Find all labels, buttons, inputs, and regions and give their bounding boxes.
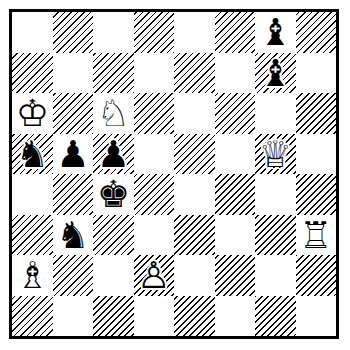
square-b3[interactable]: ♞♞ [53, 215, 94, 256]
white-queen-glyph: ♕ [255, 134, 296, 175]
square-a2[interactable]: ♝♗ [12, 255, 53, 296]
piece-white-knight-c6: ♞♘ [93, 93, 134, 134]
square-c6[interactable]: ♞♘ [93, 93, 134, 134]
black-knight-glyph: ♞ [53, 215, 94, 256]
square-d3[interactable] [134, 215, 175, 256]
square-b6[interactable] [53, 93, 94, 134]
white-king-halo: ♚ [12, 93, 53, 134]
square-d7[interactable] [134, 53, 175, 94]
square-h5[interactable] [296, 134, 337, 175]
square-h6[interactable] [296, 93, 337, 134]
square-d1[interactable] [134, 296, 175, 337]
black-knight-halo: ♞ [53, 215, 94, 256]
square-c1[interactable] [93, 296, 134, 337]
black-king-glyph: ♚ [93, 174, 134, 215]
square-g6[interactable] [255, 93, 296, 134]
square-d5[interactable] [134, 134, 175, 175]
square-g8[interactable]: ♝♝ [255, 12, 296, 53]
square-h7[interactable] [296, 53, 337, 94]
white-rook-halo: ♜ [296, 215, 337, 256]
piece-white-queen-g5: ♛♕ [255, 134, 296, 175]
square-h2[interactable] [296, 255, 337, 296]
square-f4[interactable] [215, 174, 256, 215]
square-a1[interactable] [12, 296, 53, 337]
square-h3[interactable]: ♜♖ [296, 215, 337, 256]
square-f5[interactable] [215, 134, 256, 175]
square-c3[interactable] [93, 215, 134, 256]
square-e2[interactable] [174, 255, 215, 296]
square-c7[interactable] [93, 53, 134, 94]
square-e6[interactable] [174, 93, 215, 134]
black-bishop-halo: ♝ [255, 12, 296, 53]
square-h8[interactable] [296, 12, 337, 53]
white-king-glyph: ♔ [12, 93, 53, 134]
chess-diagram-page: ♝♝♝♝♚♔♞♘♞♞♟♟♟♟♛♕♚♚♞♞♜♖♝♗♟♙ [0, 0, 350, 350]
square-b5[interactable]: ♟♟ [53, 134, 94, 175]
square-e5[interactable] [174, 134, 215, 175]
square-g2[interactable] [255, 255, 296, 296]
white-knight-halo: ♞ [93, 93, 134, 134]
square-f8[interactable] [215, 12, 256, 53]
white-pawn-halo: ♟ [134, 255, 175, 296]
square-h4[interactable] [296, 174, 337, 215]
square-c8[interactable] [93, 12, 134, 53]
square-b1[interactable] [53, 296, 94, 337]
black-pawn-glyph: ♟ [53, 134, 94, 175]
black-knight-halo: ♞ [12, 134, 53, 175]
square-d2[interactable]: ♟♙ [134, 255, 175, 296]
square-b7[interactable] [53, 53, 94, 94]
square-b8[interactable] [53, 12, 94, 53]
square-f1[interactable] [215, 296, 256, 337]
black-knight-glyph: ♞ [12, 134, 53, 175]
chess-board-frame: ♝♝♝♝♚♔♞♘♞♞♟♟♟♟♛♕♚♚♞♞♜♖♝♗♟♙ [9, 9, 339, 339]
piece-white-pawn-d2: ♟♙ [134, 255, 175, 296]
white-bishop-halo: ♝ [12, 255, 53, 296]
square-g1[interactable] [255, 296, 296, 337]
square-a8[interactable] [12, 12, 53, 53]
square-g5[interactable]: ♛♕ [255, 134, 296, 175]
square-a7[interactable] [12, 53, 53, 94]
piece-black-bishop-g7: ♝♝ [255, 53, 296, 94]
square-a4[interactable] [12, 174, 53, 215]
white-pawn-glyph: ♙ [134, 255, 175, 296]
chess-board: ♝♝♝♝♚♔♞♘♞♞♟♟♟♟♛♕♚♚♞♞♜♖♝♗♟♙ [12, 12, 336, 336]
square-f7[interactable] [215, 53, 256, 94]
square-e3[interactable] [174, 215, 215, 256]
white-rook-glyph: ♖ [296, 215, 337, 256]
black-pawn-halo: ♟ [93, 134, 134, 175]
black-bishop-glyph: ♝ [255, 12, 296, 53]
square-d8[interactable] [134, 12, 175, 53]
piece-white-bishop-a2: ♝♗ [12, 255, 53, 296]
black-pawn-halo: ♟ [53, 134, 94, 175]
white-knight-glyph: ♘ [93, 93, 134, 134]
piece-black-bishop-g8: ♝♝ [255, 12, 296, 53]
square-g3[interactable] [255, 215, 296, 256]
white-bishop-glyph: ♗ [12, 255, 53, 296]
black-pawn-glyph: ♟ [93, 134, 134, 175]
square-g4[interactable] [255, 174, 296, 215]
square-e4[interactable] [174, 174, 215, 215]
square-g7[interactable]: ♝♝ [255, 53, 296, 94]
square-f2[interactable] [215, 255, 256, 296]
piece-white-king-a6: ♚♔ [12, 93, 53, 134]
piece-black-pawn-c5: ♟♟ [93, 134, 134, 175]
square-e7[interactable] [174, 53, 215, 94]
square-h1[interactable] [296, 296, 337, 337]
square-c5[interactable]: ♟♟ [93, 134, 134, 175]
black-bishop-halo: ♝ [255, 53, 296, 94]
square-f3[interactable] [215, 215, 256, 256]
piece-black-pawn-b5: ♟♟ [53, 134, 94, 175]
square-b4[interactable] [53, 174, 94, 215]
square-c2[interactable] [93, 255, 134, 296]
square-e8[interactable] [174, 12, 215, 53]
square-a6[interactable]: ♚♔ [12, 93, 53, 134]
piece-black-king-c4: ♚♚ [93, 174, 134, 215]
square-f6[interactable] [215, 93, 256, 134]
piece-white-rook-h3: ♜♖ [296, 215, 337, 256]
square-d6[interactable] [134, 93, 175, 134]
square-b2[interactable] [53, 255, 94, 296]
black-bishop-glyph: ♝ [255, 53, 296, 94]
square-a3[interactable] [12, 215, 53, 256]
piece-black-knight-a5: ♞♞ [12, 134, 53, 175]
square-e1[interactable] [174, 296, 215, 337]
square-c4[interactable]: ♚♚ [93, 174, 134, 215]
piece-black-knight-b3: ♞♞ [53, 215, 94, 256]
white-queen-halo: ♛ [255, 134, 296, 175]
square-a5[interactable]: ♞♞ [12, 134, 53, 175]
black-king-halo: ♚ [93, 174, 134, 215]
square-d4[interactable] [134, 174, 175, 215]
